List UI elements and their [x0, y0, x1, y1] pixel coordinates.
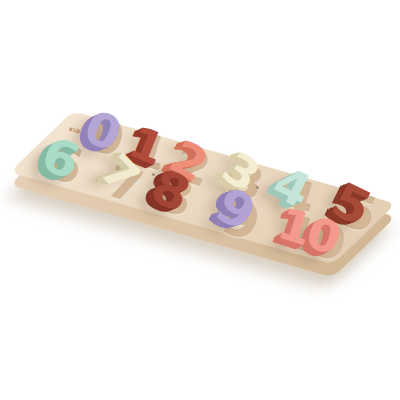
puzzle-product-photo: KID'S CONCEPT 012345678910 012345678910	[0, 0, 400, 400]
